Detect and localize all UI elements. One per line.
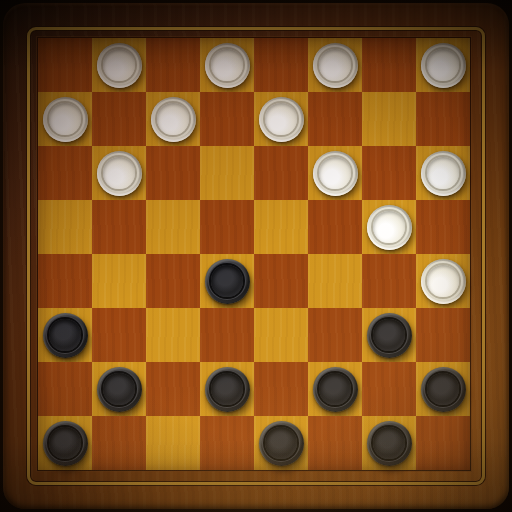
- black-checker[interactable]: [367, 421, 412, 466]
- board-square[interactable]: [146, 38, 200, 92]
- board-square[interactable]: [200, 38, 254, 92]
- board-square[interactable]: [38, 200, 92, 254]
- board-square[interactable]: [308, 362, 362, 416]
- black-checker[interactable]: [205, 259, 250, 304]
- board-square[interactable]: [416, 308, 470, 362]
- black-checker[interactable]: [43, 421, 88, 466]
- board-square[interactable]: [416, 92, 470, 146]
- white-checker[interactable]: [421, 43, 466, 88]
- board-square[interactable]: [92, 200, 146, 254]
- board-square[interactable]: [200, 200, 254, 254]
- board-square[interactable]: [416, 38, 470, 92]
- board-square[interactable]: [200, 308, 254, 362]
- board-square[interactable]: [254, 92, 308, 146]
- board-square[interactable]: [362, 200, 416, 254]
- checkers-board: [37, 37, 471, 471]
- board-square[interactable]: [362, 254, 416, 308]
- board-square[interactable]: [38, 92, 92, 146]
- board-square[interactable]: [38, 308, 92, 362]
- board-square[interactable]: [416, 200, 470, 254]
- checkers-game-screen: [0, 0, 512, 512]
- board-square[interactable]: [416, 362, 470, 416]
- board-square[interactable]: [362, 416, 416, 470]
- white-checker[interactable]: [43, 97, 88, 142]
- board-square[interactable]: [416, 146, 470, 200]
- white-checker[interactable]: [367, 205, 412, 250]
- board-square[interactable]: [362, 38, 416, 92]
- board-square[interactable]: [38, 362, 92, 416]
- board-square[interactable]: [200, 254, 254, 308]
- board-square[interactable]: [38, 146, 92, 200]
- board-square[interactable]: [308, 308, 362, 362]
- board-square[interactable]: [308, 254, 362, 308]
- board-square[interactable]: [416, 416, 470, 470]
- white-checker[interactable]: [421, 151, 466, 196]
- board-square[interactable]: [308, 146, 362, 200]
- board-square[interactable]: [92, 416, 146, 470]
- board-square[interactable]: [146, 308, 200, 362]
- white-checker[interactable]: [205, 43, 250, 88]
- board-square[interactable]: [38, 416, 92, 470]
- board-square[interactable]: [362, 308, 416, 362]
- board-square[interactable]: [254, 416, 308, 470]
- board-square[interactable]: [92, 308, 146, 362]
- board-square[interactable]: [308, 38, 362, 92]
- board-square[interactable]: [254, 308, 308, 362]
- white-checker[interactable]: [313, 43, 358, 88]
- white-checker[interactable]: [97, 151, 142, 196]
- white-checker[interactable]: [97, 43, 142, 88]
- board-square[interactable]: [146, 200, 200, 254]
- board-square[interactable]: [146, 92, 200, 146]
- board-square[interactable]: [92, 146, 146, 200]
- board-square[interactable]: [146, 254, 200, 308]
- board-square[interactable]: [146, 416, 200, 470]
- board-square[interactable]: [92, 92, 146, 146]
- board-square[interactable]: [362, 362, 416, 416]
- board-square[interactable]: [92, 362, 146, 416]
- black-checker[interactable]: [367, 313, 412, 358]
- black-checker[interactable]: [421, 367, 466, 412]
- white-checker[interactable]: [313, 151, 358, 196]
- board-square[interactable]: [200, 146, 254, 200]
- board-square[interactable]: [308, 92, 362, 146]
- board-square[interactable]: [416, 254, 470, 308]
- white-checker[interactable]: [259, 97, 304, 142]
- board-square[interactable]: [92, 38, 146, 92]
- board-square[interactable]: [362, 146, 416, 200]
- board-square[interactable]: [254, 200, 308, 254]
- board-square[interactable]: [254, 38, 308, 92]
- board-square[interactable]: [146, 362, 200, 416]
- board-square[interactable]: [38, 38, 92, 92]
- board-square[interactable]: [254, 362, 308, 416]
- board-square[interactable]: [92, 254, 146, 308]
- board-square[interactable]: [308, 416, 362, 470]
- white-checker[interactable]: [151, 97, 196, 142]
- black-checker[interactable]: [313, 367, 358, 412]
- board-square[interactable]: [200, 416, 254, 470]
- board-square[interactable]: [308, 200, 362, 254]
- board-square[interactable]: [362, 92, 416, 146]
- board-square[interactable]: [146, 146, 200, 200]
- board-square[interactable]: [254, 146, 308, 200]
- black-checker[interactable]: [205, 367, 250, 412]
- black-checker[interactable]: [43, 313, 88, 358]
- black-checker[interactable]: [259, 421, 304, 466]
- white-checker[interactable]: [421, 259, 466, 304]
- board-square[interactable]: [38, 254, 92, 308]
- board-square[interactable]: [254, 254, 308, 308]
- board-square[interactable]: [200, 92, 254, 146]
- board-square[interactable]: [200, 362, 254, 416]
- black-checker[interactable]: [97, 367, 142, 412]
